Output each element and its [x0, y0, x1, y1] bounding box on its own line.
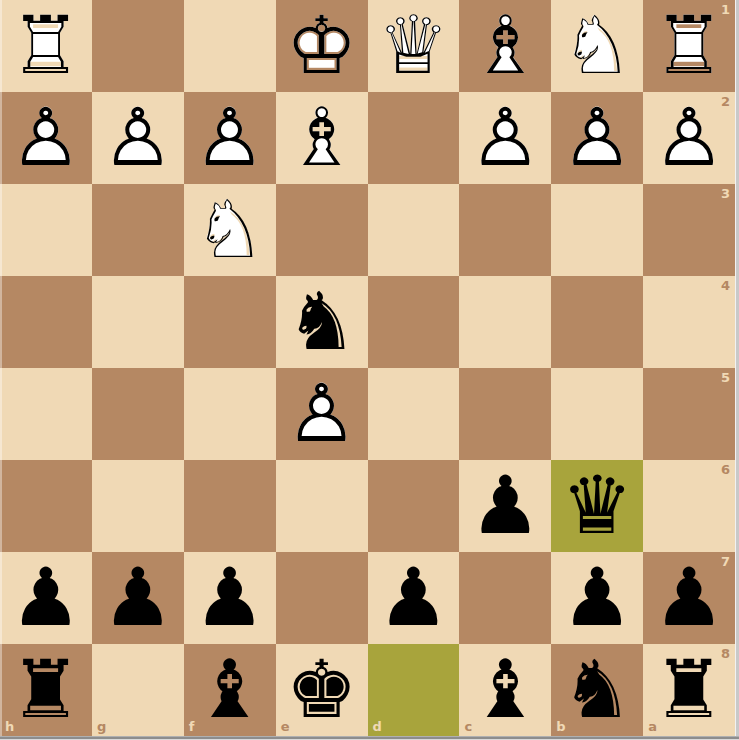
- square-f7[interactable]: ♟: [184, 552, 276, 644]
- file-label-f: f: [189, 720, 195, 733]
- square-e8[interactable]: ♚e: [276, 644, 368, 736]
- file-label-e: e: [281, 720, 290, 733]
- square-f6[interactable]: [184, 460, 276, 552]
- square-f3[interactable]: ♞♘: [184, 184, 276, 276]
- piece-outline: ♙: [92, 92, 184, 184]
- piece-fill: ♟: [92, 552, 184, 644]
- square-d7[interactable]: ♟: [368, 552, 460, 644]
- file-label-a: a: [648, 720, 657, 733]
- square-h5[interactable]: [0, 368, 92, 460]
- square-e5[interactable]: ♟♙: [276, 368, 368, 460]
- rank-label-6: 6: [721, 463, 730, 476]
- square-d1[interactable]: ♛♕: [368, 0, 460, 92]
- square-h7[interactable]: ♟: [0, 552, 92, 644]
- white-knight[interactable]: ♞♘: [184, 184, 276, 276]
- file-label-d: d: [373, 720, 382, 733]
- square-c6[interactable]: ♟: [459, 460, 551, 552]
- square-g1[interactable]: [92, 0, 184, 92]
- file-label-b: b: [556, 720, 565, 733]
- rank-label-2: 2: [721, 95, 730, 108]
- white-pawn[interactable]: ♟♙: [551, 92, 643, 184]
- square-a2[interactable]: ♟♙2: [643, 92, 735, 184]
- piece-fill: ♞: [276, 276, 368, 368]
- black-pawn[interactable]: ♟: [368, 552, 460, 644]
- square-a8[interactable]: ♜8a: [643, 644, 735, 736]
- square-g7[interactable]: ♟: [92, 552, 184, 644]
- square-a4[interactable]: 4: [643, 276, 735, 368]
- square-h3[interactable]: [0, 184, 92, 276]
- white-bishop[interactable]: ♝♗: [276, 92, 368, 184]
- square-g3[interactable]: [92, 184, 184, 276]
- piece-outline: ♗: [459, 0, 551, 92]
- square-f8[interactable]: ♝f: [184, 644, 276, 736]
- white-bishop[interactable]: ♝♗: [459, 0, 551, 92]
- square-h6[interactable]: [0, 460, 92, 552]
- square-a5[interactable]: 5: [643, 368, 735, 460]
- square-g4[interactable]: [92, 276, 184, 368]
- piece-outline: ♖: [0, 0, 92, 92]
- square-h1[interactable]: ♜♖: [0, 0, 92, 92]
- piece-outline: ♙: [459, 92, 551, 184]
- piece-outline: ♕: [368, 0, 460, 92]
- white-pawn[interactable]: ♟♙: [184, 92, 276, 184]
- square-b1[interactable]: ♞♘: [551, 0, 643, 92]
- black-pawn[interactable]: ♟: [0, 552, 92, 644]
- rank-label-4: 4: [721, 279, 730, 292]
- piece-fill: ♝: [184, 644, 276, 736]
- piece-fill: ♟: [0, 552, 92, 644]
- square-c8[interactable]: ♝c: [459, 644, 551, 736]
- square-b7[interactable]: ♟: [551, 552, 643, 644]
- white-queen[interactable]: ♛♕: [368, 0, 460, 92]
- black-queen[interactable]: ♛: [551, 460, 643, 552]
- black-pawn[interactable]: ♟: [459, 460, 551, 552]
- square-d3[interactable]: [368, 184, 460, 276]
- piece-fill: ♟: [551, 552, 643, 644]
- white-pawn[interactable]: ♟♙: [459, 92, 551, 184]
- square-a1[interactable]: ♜♖1: [643, 0, 735, 92]
- square-d6[interactable]: [368, 460, 460, 552]
- board-right-border: [735, 0, 739, 740]
- square-g5[interactable]: [92, 368, 184, 460]
- file-label-c: c: [464, 720, 472, 733]
- square-c4[interactable]: [459, 276, 551, 368]
- square-e1[interactable]: ♚♔: [276, 0, 368, 92]
- white-pawn[interactable]: ♟♙: [276, 368, 368, 460]
- piece-fill: ♟: [459, 460, 551, 552]
- piece-fill: ♟: [184, 552, 276, 644]
- piece-fill: ♛: [551, 460, 643, 552]
- piece-fill: ♟: [368, 552, 460, 644]
- piece-fill: ♝: [459, 644, 551, 736]
- square-d8[interactable]: d: [368, 644, 460, 736]
- square-a6[interactable]: 6: [643, 460, 735, 552]
- square-b8[interactable]: ♞b: [551, 644, 643, 736]
- white-knight[interactable]: ♞♘: [551, 0, 643, 92]
- square-b2[interactable]: ♟♙: [551, 92, 643, 184]
- white-rook[interactable]: ♜♖: [0, 0, 92, 92]
- square-d2[interactable]: [368, 92, 460, 184]
- rank-label-5: 5: [721, 371, 730, 384]
- black-pawn[interactable]: ♟: [551, 552, 643, 644]
- square-f5[interactable]: [184, 368, 276, 460]
- board-bottom-border: [0, 736, 739, 740]
- square-e6[interactable]: [276, 460, 368, 552]
- square-g2[interactable]: ♟♙: [92, 92, 184, 184]
- square-h4[interactable]: [0, 276, 92, 368]
- white-king[interactable]: ♚♔: [276, 0, 368, 92]
- black-knight[interactable]: ♞: [276, 276, 368, 368]
- square-a7[interactable]: ♟7: [643, 552, 735, 644]
- square-b4[interactable]: [551, 276, 643, 368]
- piece-outline: ♗: [276, 92, 368, 184]
- piece-outline: ♙: [0, 92, 92, 184]
- square-h2[interactable]: ♟♙: [0, 92, 92, 184]
- square-h8[interactable]: ♜h: [0, 644, 92, 736]
- square-c1[interactable]: ♝♗: [459, 0, 551, 92]
- black-pawn[interactable]: ♟: [92, 552, 184, 644]
- square-b5[interactable]: [551, 368, 643, 460]
- black-bishop[interactable]: ♝: [459, 644, 551, 736]
- square-f1[interactable]: [184, 0, 276, 92]
- rank-label-7: 7: [721, 555, 730, 568]
- square-e4[interactable]: ♞: [276, 276, 368, 368]
- piece-outline: ♘: [184, 184, 276, 276]
- white-pawn[interactable]: ♟♙: [92, 92, 184, 184]
- square-a3[interactable]: 3: [643, 184, 735, 276]
- piece-outline: ♙: [276, 368, 368, 460]
- black-pawn[interactable]: ♟: [184, 552, 276, 644]
- white-pawn[interactable]: ♟♙: [0, 92, 92, 184]
- square-c3[interactable]: [459, 184, 551, 276]
- square-d4[interactable]: [368, 276, 460, 368]
- square-c7[interactable]: [459, 552, 551, 644]
- square-c5[interactable]: [459, 368, 551, 460]
- square-f4[interactable]: [184, 276, 276, 368]
- rank-label-1: 1: [721, 3, 730, 16]
- square-f2[interactable]: ♟♙: [184, 92, 276, 184]
- square-b6[interactable]: ♛: [551, 460, 643, 552]
- file-label-h: h: [5, 720, 14, 733]
- square-g6[interactable]: [92, 460, 184, 552]
- rank-label-3: 3: [721, 187, 730, 200]
- piece-outline: ♙: [184, 92, 276, 184]
- chess-board: ♜♖♚♔♛♕♝♗♞♘♜♖1♟♙♟♙♟♙♝♗♟♙♟♙♟♙2♞♘3♞4♟♙5♟♛6♟…: [0, 0, 735, 736]
- chess-app: ♜♖♚♔♛♕♝♗♞♘♜♖1♟♙♟♙♟♙♝♗♟♙♟♙♟♙2♞♘3♞4♟♙5♟♛6♟…: [0, 0, 739, 740]
- piece-outline: ♙: [551, 92, 643, 184]
- piece-outline: ♔: [276, 0, 368, 92]
- square-d5[interactable]: [368, 368, 460, 460]
- square-e7[interactable]: [276, 552, 368, 644]
- square-c2[interactable]: ♟♙: [459, 92, 551, 184]
- square-e3[interactable]: [276, 184, 368, 276]
- rank-label-8: 8: [721, 647, 730, 660]
- square-g8[interactable]: g: [92, 644, 184, 736]
- square-b3[interactable]: [551, 184, 643, 276]
- black-bishop[interactable]: ♝: [184, 644, 276, 736]
- file-label-g: g: [97, 720, 106, 733]
- square-e2[interactable]: ♝♗: [276, 92, 368, 184]
- piece-outline: ♘: [551, 0, 643, 92]
